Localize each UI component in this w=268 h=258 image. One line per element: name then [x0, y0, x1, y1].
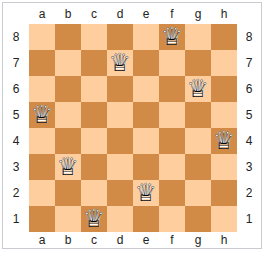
piece-white-queen-h4[interactable]: ♛♕ [211, 128, 237, 154]
square-d7[interactable]: ♛♕ [107, 50, 133, 76]
file-label-top-h: h [211, 3, 237, 24]
file-label-top-g: g [185, 3, 211, 24]
square-b2[interactable] [55, 180, 81, 206]
square-h7[interactable] [211, 50, 237, 76]
square-h8[interactable] [211, 24, 237, 50]
white-queen-icon: ♕ [55, 154, 81, 180]
file-label-top-d: d [107, 3, 133, 24]
white-queen-fill-glyph: ♛ [81, 206, 107, 232]
file-label-bottom-f: f [159, 232, 185, 248]
piece-white-queen-g6[interactable]: ♛♕ [185, 76, 211, 102]
file-label-bottom-h: h [211, 232, 237, 248]
square-d4[interactable] [107, 128, 133, 154]
rank-label-left-5: 5 [3, 102, 29, 128]
square-g6[interactable]: ♛♕ [185, 76, 211, 102]
file-label-bottom-d: d [107, 232, 133, 248]
rank-label-right-6: 6 [237, 76, 261, 102]
file-label-top-b: b [55, 3, 81, 24]
square-b8[interactable] [55, 24, 81, 50]
white-queen-fill-glyph: ♛ [185, 76, 211, 102]
square-a4[interactable] [29, 128, 55, 154]
square-d5[interactable] [107, 102, 133, 128]
square-b6[interactable] [55, 76, 81, 102]
rank-label-right-8: 8 [237, 24, 261, 50]
square-a1[interactable] [29, 206, 55, 232]
square-a8[interactable] [29, 24, 55, 50]
file-label-top-f: f [159, 3, 185, 24]
square-e1[interactable] [133, 206, 159, 232]
square-f5[interactable] [159, 102, 185, 128]
white-queen-icon: ♕ [133, 180, 159, 206]
square-d8[interactable] [107, 24, 133, 50]
square-e8[interactable] [133, 24, 159, 50]
square-h6[interactable] [211, 76, 237, 102]
square-g3[interactable] [185, 154, 211, 180]
square-c7[interactable] [81, 50, 107, 76]
square-a3[interactable] [29, 154, 55, 180]
file-label-top-a: a [29, 3, 55, 24]
chess-board: abcdefgh8♛♕87♛♕76♛♕65♛♕54♛♕43♛♕32♛♕21♛♕1… [3, 3, 261, 248]
square-c2[interactable] [81, 180, 107, 206]
square-f7[interactable] [159, 50, 185, 76]
square-a6[interactable] [29, 76, 55, 102]
rank-label-left-2: 2 [3, 180, 29, 206]
square-b1[interactable] [55, 206, 81, 232]
corner-top-left [3, 3, 29, 24]
square-a2[interactable] [29, 180, 55, 206]
white-queen-icon: ♕ [159, 24, 185, 50]
rank-label-right-1: 1 [237, 206, 261, 232]
square-h2[interactable] [211, 180, 237, 206]
file-label-bottom-b: b [55, 232, 81, 248]
file-label-bottom-a: a [29, 232, 55, 248]
square-b7[interactable] [55, 50, 81, 76]
square-c4[interactable] [81, 128, 107, 154]
square-f2[interactable] [159, 180, 185, 206]
white-queen-fill-glyph: ♛ [29, 102, 55, 128]
rank-label-right-5: 5 [237, 102, 261, 128]
square-h4[interactable]: ♛♕ [211, 128, 237, 154]
square-g7[interactable] [185, 50, 211, 76]
square-g1[interactable] [185, 206, 211, 232]
square-g8[interactable] [185, 24, 211, 50]
square-b3[interactable]: ♛♕ [55, 154, 81, 180]
rank-label-left-3: 3 [3, 154, 29, 180]
square-h5[interactable] [211, 102, 237, 128]
rank-label-left-4: 4 [3, 128, 29, 154]
square-g5[interactable] [185, 102, 211, 128]
rank-label-left-6: 6 [3, 76, 29, 102]
rank-label-right-3: 3 [237, 154, 261, 180]
page: abcdefgh8♛♕87♛♕76♛♕65♛♕54♛♕43♛♕32♛♕21♛♕1… [0, 0, 268, 258]
square-b5[interactable] [55, 102, 81, 128]
square-h1[interactable] [211, 206, 237, 232]
white-queen-fill-glyph: ♛ [133, 180, 159, 206]
corner-bottom-left [3, 232, 29, 248]
square-f6[interactable] [159, 76, 185, 102]
piece-white-queen-a5[interactable]: ♛♕ [29, 102, 55, 128]
square-e7[interactable] [133, 50, 159, 76]
corner-bottom-right [237, 232, 261, 248]
rank-label-left-8: 8 [3, 24, 29, 50]
square-d3[interactable] [107, 154, 133, 180]
square-f4[interactable] [159, 128, 185, 154]
rank-label-left-7: 7 [3, 50, 29, 76]
file-label-bottom-c: c [81, 232, 107, 248]
square-g2[interactable] [185, 180, 211, 206]
square-e3[interactable] [133, 154, 159, 180]
square-e5[interactable] [133, 102, 159, 128]
rank-label-right-4: 4 [237, 128, 261, 154]
piece-white-queen-f8[interactable]: ♛♕ [159, 24, 185, 50]
white-queen-icon: ♕ [211, 128, 237, 154]
square-c8[interactable] [81, 24, 107, 50]
square-a7[interactable] [29, 50, 55, 76]
white-queen-icon: ♕ [185, 76, 211, 102]
rank-label-right-2: 2 [237, 180, 261, 206]
square-b4[interactable] [55, 128, 81, 154]
white-queen-fill-glyph: ♛ [159, 24, 185, 50]
square-c3[interactable] [81, 154, 107, 180]
file-label-bottom-e: e [133, 232, 159, 248]
square-f8[interactable]: ♛♕ [159, 24, 185, 50]
square-d1[interactable] [107, 206, 133, 232]
square-f3[interactable] [159, 154, 185, 180]
corner-top-right [237, 3, 261, 24]
piece-white-queen-c1[interactable]: ♛♕ [81, 206, 107, 232]
square-c6[interactable] [81, 76, 107, 102]
square-e2[interactable]: ♛♕ [133, 180, 159, 206]
file-label-top-c: c [81, 3, 107, 24]
square-g4[interactable] [185, 128, 211, 154]
piece-white-queen-b3[interactable]: ♛♕ [55, 154, 81, 180]
square-d2[interactable] [107, 180, 133, 206]
file-label-bottom-g: g [185, 232, 211, 248]
square-e4[interactable] [133, 128, 159, 154]
white-queen-icon: ♕ [81, 206, 107, 232]
chess-diagram-frame: abcdefgh8♛♕87♛♕76♛♕65♛♕54♛♕43♛♕32♛♕21♛♕1… [2, 2, 262, 249]
white-queen-fill-glyph: ♛ [211, 128, 237, 154]
rank-label-left-1: 1 [3, 206, 29, 232]
piece-white-queen-d7[interactable]: ♛♕ [107, 50, 133, 76]
file-label-top-e: e [133, 3, 159, 24]
rank-label-right-7: 7 [237, 50, 261, 76]
square-c5[interactable] [81, 102, 107, 128]
square-c1[interactable]: ♛♕ [81, 206, 107, 232]
square-e6[interactable] [133, 76, 159, 102]
square-a5[interactable]: ♛♕ [29, 102, 55, 128]
white-queen-fill-glyph: ♛ [107, 50, 133, 76]
square-f1[interactable] [159, 206, 185, 232]
piece-white-queen-e2[interactable]: ♛♕ [133, 180, 159, 206]
square-d6[interactable] [107, 76, 133, 102]
white-queen-icon: ♕ [107, 50, 133, 76]
white-queen-fill-glyph: ♛ [55, 154, 81, 180]
white-queen-icon: ♕ [29, 102, 55, 128]
square-h3[interactable] [211, 154, 237, 180]
